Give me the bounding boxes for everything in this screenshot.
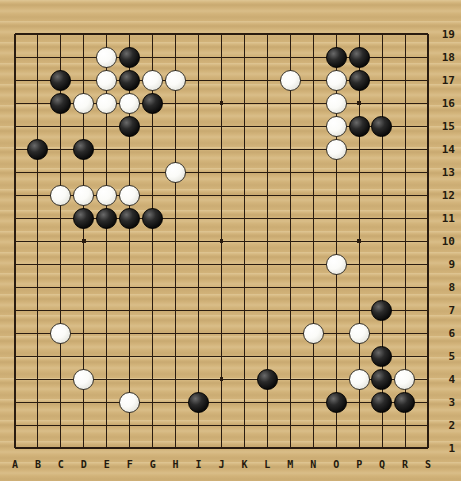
col-label-K: K: [241, 460, 247, 470]
intersection-F16: [118, 92, 141, 115]
col-label-N: N: [310, 460, 316, 470]
intersection-E16: [95, 92, 118, 115]
white-stone-F3: [119, 392, 140, 413]
black-stone-E11: [96, 208, 117, 229]
black-stone-Q15: [371, 116, 392, 137]
col-label-E: E: [104, 460, 110, 470]
black-stone-O3: [326, 392, 347, 413]
row-label-17: 17: [442, 75, 455, 86]
intersection-P18: [348, 46, 371, 69]
row-label-4: 4: [448, 374, 455, 385]
intersection-O18: [325, 46, 348, 69]
intersection-O15: [325, 115, 348, 138]
intersection-F11: [118, 207, 141, 230]
intersection-D16: [72, 92, 95, 115]
white-stone-O17: [326, 70, 347, 91]
intersection-P6: [348, 322, 371, 345]
intersection-R4: [393, 368, 416, 391]
intersection-N6: [302, 322, 325, 345]
white-stone-E16: [96, 93, 117, 114]
white-stone-F16: [119, 93, 140, 114]
row-label-1: 1: [448, 443, 455, 454]
black-stone-D14: [73, 139, 94, 160]
intersection-Q4: [371, 368, 394, 391]
white-stone-D16: [73, 93, 94, 114]
intersection-O17: [325, 69, 348, 92]
intersection-H13: [164, 161, 187, 184]
white-stone-F12: [119, 185, 140, 206]
intersection-C17: [49, 69, 72, 92]
col-label-C: C: [58, 460, 64, 470]
intersection-C16: [49, 92, 72, 115]
row-label-10: 10: [442, 236, 455, 247]
intersection-O16: [325, 92, 348, 115]
intersection-C6: [49, 322, 72, 345]
row-label-9: 9: [448, 259, 455, 270]
intersection-E17: [95, 69, 118, 92]
col-label-D: D: [81, 460, 87, 470]
black-stone-Q7: [371, 300, 392, 321]
intersection-F3: [118, 391, 141, 414]
white-stone-O14: [326, 139, 347, 160]
intersection-F15: [118, 115, 141, 138]
col-label-Q: Q: [379, 460, 385, 470]
white-stone-D4: [73, 369, 94, 390]
white-stone-E12: [96, 185, 117, 206]
black-stone-C17: [50, 70, 71, 91]
white-stone-O16: [326, 93, 347, 114]
row-label-3: 3: [448, 397, 455, 408]
row-label-12: 12: [442, 190, 455, 201]
go-board: ABCDEFGHIJKLMNOPQRS 19181716151413121110…: [0, 0, 461, 481]
col-label-M: M: [287, 460, 293, 470]
intersection-E11: [95, 207, 118, 230]
intersection-R3: [393, 391, 416, 414]
col-label-R: R: [402, 460, 408, 470]
black-stone-F17: [119, 70, 140, 91]
black-stone-F11: [119, 208, 140, 229]
black-stone-C16: [50, 93, 71, 114]
row-label-6: 6: [448, 328, 455, 339]
col-label-O: O: [333, 460, 339, 470]
intersection-Q5: [371, 345, 394, 368]
intersection-O3: [325, 391, 348, 414]
white-stone-D12: [73, 185, 94, 206]
col-label-G: G: [150, 460, 156, 470]
intersection-P15: [348, 115, 371, 138]
intersection-Q3: [371, 391, 394, 414]
row-label-18: 18: [442, 52, 455, 63]
col-label-J: J: [218, 460, 224, 470]
black-stone-Q5: [371, 346, 392, 367]
row-label-5: 5: [448, 351, 455, 362]
col-label-B: B: [35, 460, 41, 470]
row-label-2: 2: [448, 420, 455, 431]
white-stone-C12: [50, 185, 71, 206]
intersection-L4: [256, 368, 279, 391]
white-stone-E17: [96, 70, 117, 91]
intersection-I3: [187, 391, 210, 414]
intersection-C12: [49, 184, 72, 207]
intersection-B14: [26, 138, 49, 161]
white-stone-O15: [326, 116, 347, 137]
col-label-S: S: [425, 460, 431, 470]
black-stone-I3: [188, 392, 209, 413]
intersection-O9: [325, 253, 348, 276]
white-stone-N6: [303, 323, 324, 344]
intersection-P4: [348, 368, 371, 391]
white-stone-R4: [394, 369, 415, 390]
col-label-L: L: [264, 460, 270, 470]
intersection-H17: [164, 69, 187, 92]
row-label-13: 13: [442, 167, 455, 178]
white-stone-M17: [280, 70, 301, 91]
white-stone-H17: [165, 70, 186, 91]
col-label-F: F: [127, 460, 133, 470]
intersection-F17: [118, 69, 141, 92]
black-stone-G16: [142, 93, 163, 114]
black-stone-D11: [73, 208, 94, 229]
intersection-D4: [72, 368, 95, 391]
white-stone-E18: [96, 47, 117, 68]
row-label-8: 8: [448, 282, 455, 293]
intersection-O14: [325, 138, 348, 161]
intersection-D14: [72, 138, 95, 161]
black-stone-G11: [142, 208, 163, 229]
black-stone-B14: [27, 139, 48, 160]
black-stone-Q3: [371, 392, 392, 413]
white-stone-H13: [165, 162, 186, 183]
intersection-E12: [95, 184, 118, 207]
black-stone-P17: [349, 70, 370, 91]
intersection-Q7: [371, 299, 394, 322]
intersection-P17: [348, 69, 371, 92]
intersection-E18: [95, 46, 118, 69]
col-label-I: I: [196, 460, 202, 470]
intersection-G17: [141, 69, 164, 92]
intersection-Q15: [371, 115, 394, 138]
col-label-H: H: [173, 460, 179, 470]
row-label-7: 7: [448, 305, 455, 316]
intersection-D12: [72, 184, 95, 207]
row-label-19: 19: [442, 29, 455, 40]
row-label-15: 15: [442, 121, 455, 132]
col-label-A: A: [12, 460, 18, 470]
white-stone-G17: [142, 70, 163, 91]
black-stone-F18: [119, 47, 140, 68]
black-stone-L4: [257, 369, 278, 390]
row-label-11: 11: [442, 213, 455, 224]
white-stone-C6: [50, 323, 71, 344]
stones-layer: [4, 23, 440, 460]
white-stone-O9: [326, 254, 347, 275]
black-stone-P18: [349, 47, 370, 68]
black-stone-R3: [394, 392, 415, 413]
black-stone-P15: [349, 116, 370, 137]
black-stone-Q4: [371, 369, 392, 390]
intersection-G16: [141, 92, 164, 115]
row-label-14: 14: [442, 144, 455, 155]
intersection-F12: [118, 184, 141, 207]
white-stone-P4: [349, 369, 370, 390]
intersection-M17: [279, 69, 302, 92]
black-stone-O18: [326, 47, 347, 68]
intersection-G11: [141, 207, 164, 230]
intersection-F18: [118, 46, 141, 69]
col-label-P: P: [356, 460, 362, 470]
row-label-16: 16: [442, 98, 455, 109]
black-stone-F15: [119, 116, 140, 137]
white-stone-P6: [349, 323, 370, 344]
intersection-D11: [72, 207, 95, 230]
